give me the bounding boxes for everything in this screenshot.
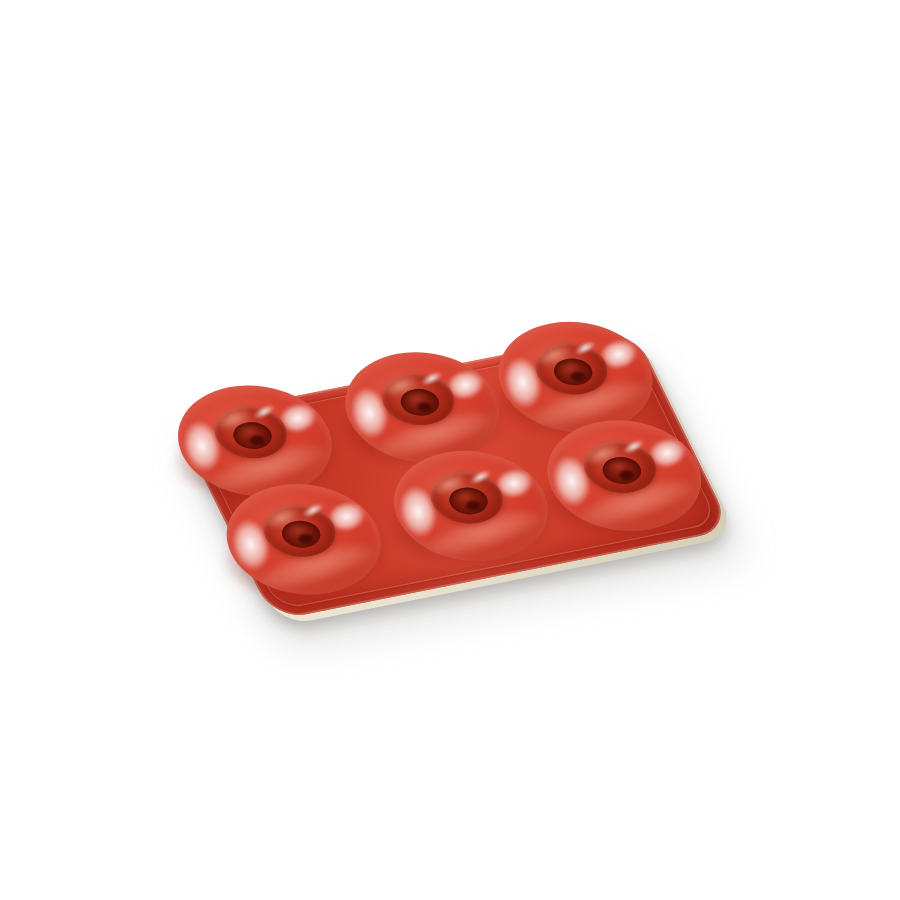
crater-highlight bbox=[250, 402, 277, 422]
product-photo bbox=[0, 0, 900, 900]
crater-highlight bbox=[571, 338, 598, 358]
crater-hole-core bbox=[297, 532, 316, 544]
crater-hole-core bbox=[415, 401, 434, 413]
crater-highlight bbox=[620, 437, 647, 457]
crater-hole-core bbox=[569, 370, 588, 382]
crater-hole-core bbox=[464, 499, 483, 511]
crater-highlight bbox=[299, 501, 326, 521]
crater-highlight bbox=[418, 369, 445, 389]
crater-hole-core bbox=[248, 434, 267, 446]
crater-hole-core bbox=[617, 469, 636, 481]
crater-highlight bbox=[466, 467, 493, 487]
